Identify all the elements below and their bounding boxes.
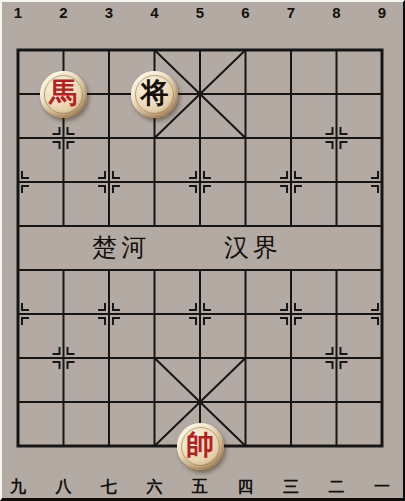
file-label: 九: [0, 477, 41, 497]
file-label: 七: [86, 477, 132, 497]
file-label: 五: [177, 477, 223, 497]
piece-glyph: 馬: [50, 79, 78, 107]
file-label: 一: [359, 477, 405, 497]
piece-glyph: 帥: [186, 431, 214, 459]
file-label: 7: [268, 3, 314, 23]
file-label: 四: [223, 477, 269, 497]
file-label: 8: [314, 3, 360, 23]
file-label: 4: [132, 3, 178, 23]
top-file-labels: 1 2 3 4 5 6 7 8 9: [0, 3, 405, 23]
board-grid[interactable]: 馬将帥: [0, 28, 405, 468]
bottom-file-labels: 九 八 七 六 五 四 三 二 一: [0, 477, 405, 497]
file-label: 三: [268, 477, 314, 497]
file-label: 1: [0, 3, 41, 23]
piece-glyph: 将: [141, 79, 169, 107]
file-label: 3: [86, 3, 132, 23]
file-label: 5: [177, 3, 223, 23]
file-label: 二: [314, 477, 360, 497]
red-general-piece[interactable]: 帥: [177, 423, 224, 470]
file-label: 2: [41, 3, 87, 23]
file-label: 6: [223, 3, 269, 23]
file-label: 八: [41, 477, 87, 497]
file-label: 六: [132, 477, 178, 497]
file-label: 9: [359, 3, 405, 23]
xiangqi-board-window: 1 2 3 4 5 6 7 8 9 楚河 汉界 馬将帥 九 八 七 六 五 四 …: [0, 0, 405, 501]
black-general-piece[interactable]: 将: [131, 71, 178, 118]
red-horse-piece[interactable]: 馬: [40, 71, 87, 118]
